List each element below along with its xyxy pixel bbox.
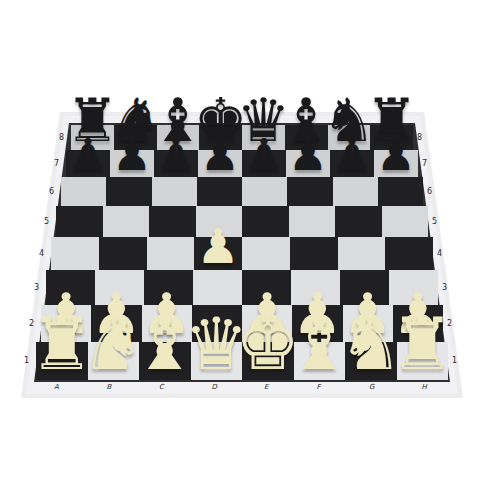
square-f7[interactable]: ♟ bbox=[286, 150, 330, 177]
rank-label-left-3: 3 bbox=[34, 284, 39, 292]
square-d3[interactable] bbox=[193, 270, 242, 305]
piece-white-pawn-d4[interactable]: ♟ bbox=[197, 222, 240, 270]
square-h7[interactable]: ♟ bbox=[374, 150, 418, 177]
square-g6[interactable] bbox=[333, 177, 378, 206]
square-f1[interactable]: ♝ bbox=[294, 342, 346, 380]
rank-row-7: ♟♟♟♟♟♟♟♟ bbox=[66, 150, 418, 177]
square-b7[interactable]: ♟ bbox=[110, 150, 154, 177]
square-a5[interactable] bbox=[56, 206, 103, 237]
square-h4[interactable] bbox=[385, 237, 433, 270]
square-h6[interactable] bbox=[378, 177, 423, 206]
square-b6[interactable] bbox=[106, 177, 151, 206]
rank-label-left-7: 7 bbox=[54, 160, 59, 168]
chessboard-photo: ♜♞♝♚♛♝♞♜♟♟♟♟♟♟♟♟♟♟♟♟♟♟♟♟♜♞♝♛♚♝♞♜ ABCDEFG… bbox=[0, 0, 480, 480]
rank-row-4: ♟ bbox=[51, 237, 433, 270]
rank-row-6 bbox=[61, 177, 423, 206]
rank-label-left-5: 5 bbox=[44, 218, 49, 226]
square-c7[interactable]: ♟ bbox=[154, 150, 198, 177]
piece-black-pawn-g7[interactable]: ♟ bbox=[332, 133, 371, 177]
piece-black-pawn-a7[interactable]: ♟ bbox=[68, 133, 107, 177]
rank-label-left-8: 8 bbox=[59, 134, 64, 142]
piece-black-pawn-b7[interactable]: ♟ bbox=[112, 133, 151, 177]
square-e4[interactable] bbox=[242, 237, 290, 270]
rank-row-5 bbox=[56, 206, 428, 237]
rank-label-left-4: 4 bbox=[39, 250, 44, 258]
square-c5[interactable] bbox=[149, 206, 196, 237]
piece-black-pawn-f7[interactable]: ♟ bbox=[288, 133, 327, 177]
square-f6[interactable] bbox=[287, 177, 332, 206]
rank-label-right-5: 5 bbox=[432, 218, 437, 226]
square-d7[interactable]: ♟ bbox=[198, 150, 242, 177]
square-g5[interactable] bbox=[335, 206, 382, 237]
square-h5[interactable] bbox=[382, 206, 429, 237]
square-g4[interactable] bbox=[338, 237, 386, 270]
square-c1[interactable]: ♝ bbox=[139, 342, 191, 380]
square-h1[interactable]: ♜ bbox=[397, 342, 449, 380]
square-a6[interactable] bbox=[61, 177, 106, 206]
chess-board: ♜♞♝♚♛♝♞♜♟♟♟♟♟♟♟♟♟♟♟♟♟♟♟♟♜♞♝♛♚♝♞♜ bbox=[0, 0, 480, 480]
square-c4[interactable] bbox=[147, 237, 195, 270]
square-f4[interactable] bbox=[290, 237, 338, 270]
rank-label-left-6: 6 bbox=[49, 188, 54, 196]
square-d6[interactable] bbox=[197, 177, 242, 206]
square-a4[interactable] bbox=[51, 237, 99, 270]
piece-white-rook-h1[interactable]: ♜ bbox=[390, 308, 455, 380]
square-b5[interactable] bbox=[103, 206, 150, 237]
square-c6[interactable] bbox=[152, 177, 197, 206]
square-e5[interactable] bbox=[242, 206, 289, 237]
rank-label-right-6: 6 bbox=[427, 188, 432, 196]
square-e6[interactable] bbox=[242, 177, 287, 206]
square-e7[interactable]: ♟ bbox=[242, 150, 286, 177]
square-e1[interactable]: ♚ bbox=[242, 342, 294, 380]
piece-black-pawn-e7[interactable]: ♟ bbox=[244, 133, 283, 177]
rank-label-right-7: 7 bbox=[422, 160, 427, 168]
square-f5[interactable] bbox=[289, 206, 336, 237]
square-g1[interactable]: ♞ bbox=[345, 342, 397, 380]
piece-black-pawn-c7[interactable]: ♟ bbox=[156, 133, 195, 177]
square-g7[interactable]: ♟ bbox=[330, 150, 374, 177]
rank-row-1: ♜♞♝♛♚♝♞♜ bbox=[36, 342, 448, 380]
square-d1[interactable]: ♛ bbox=[191, 342, 243, 380]
piece-black-pawn-h7[interactable]: ♟ bbox=[376, 133, 415, 177]
square-b4[interactable] bbox=[99, 237, 147, 270]
rank-label-right-4: 4 bbox=[437, 250, 442, 258]
piece-black-pawn-d7[interactable]: ♟ bbox=[200, 133, 239, 177]
square-a7[interactable]: ♟ bbox=[66, 150, 110, 177]
square-b1[interactable]: ♞ bbox=[88, 342, 140, 380]
rank-label-left-1: 1 bbox=[24, 357, 29, 365]
square-d4[interactable]: ♟ bbox=[194, 237, 242, 270]
